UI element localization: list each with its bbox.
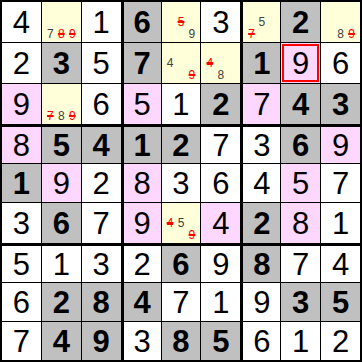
given-digit: 3: [292, 287, 309, 318]
cell-r7c4[interactable]: 2: [122, 244, 161, 282]
candidate-8-eliminated: 8: [56, 28, 67, 40]
cell-r2c3[interactable]: 5: [82, 43, 121, 83]
cell-r4c5[interactable]: 2: [162, 125, 201, 163]
cell-r5c3[interactable]: 2: [82, 164, 121, 202]
cell-r4c3[interactable]: 4: [82, 125, 121, 163]
given-digit: 6: [53, 208, 70, 239]
cell-r3c6[interactable]: 2: [201, 84, 240, 124]
cell-r5c5[interactable]: 3: [162, 164, 201, 202]
solved-digit: 3: [172, 168, 189, 199]
given-digit: 5: [212, 326, 229, 357]
given-digit: 6: [292, 130, 309, 161]
cell-r4c9[interactable]: 9: [321, 125, 360, 163]
cell-r9c8[interactable]: 1: [281, 322, 320, 360]
cell-r7c3[interactable]: 3: [82, 244, 121, 282]
cell-r3c4[interactable]: 5: [122, 84, 161, 124]
cell-r1c8[interactable]: 2: [281, 2, 320, 42]
cell-r6c8[interactable]: 8: [281, 203, 320, 243]
cell-r7c8[interactable]: 7: [281, 244, 320, 282]
candidate-8: 8: [335, 28, 346, 40]
given-digit: 8: [172, 326, 189, 357]
given-digit: 5: [53, 130, 70, 161]
solved-digit: 6: [212, 168, 229, 199]
solved-digit: 2: [133, 249, 150, 280]
solved-digit: 7: [212, 130, 229, 161]
cell-r5c7[interactable]: 4: [241, 164, 280, 202]
cell-r6c6[interactable]: 4: [201, 203, 240, 243]
given-digit: 4: [133, 287, 150, 318]
given-digit: 8: [93, 287, 110, 318]
solved-digit: 1: [292, 326, 309, 357]
cell-r4c4[interactable]: 1: [122, 125, 161, 163]
candidate-8: 8: [215, 69, 226, 81]
cell-r9c1[interactable]: 7: [2, 322, 41, 360]
solved-digit: 5: [93, 48, 110, 79]
solved-digit: 9: [133, 208, 150, 239]
cell-r7c1[interactable]: 5: [2, 244, 41, 282]
solved-digit: 9: [53, 168, 70, 199]
cell-r4c2[interactable]: 5: [42, 125, 81, 163]
solved-digit: 2: [93, 168, 110, 199]
given-digit: 6: [172, 249, 189, 280]
candidate-9-eliminated: 9: [346, 28, 357, 40]
solved-digit: 1: [93, 7, 110, 38]
solved-digit: 5: [133, 89, 150, 120]
cell-r6c5[interactable]: 459: [162, 203, 201, 243]
solved-digit: 3: [13, 208, 30, 239]
solved-digit: 5: [292, 168, 309, 199]
cell-r7c5[interactable]: 6: [162, 244, 201, 282]
given-digit: 3: [332, 89, 349, 120]
given-digit: 9: [93, 326, 110, 357]
cell-r1c2[interactable]: 789: [42, 2, 81, 42]
cell-r7c6[interactable]: 9: [201, 244, 240, 282]
cell-r8c5[interactable]: 7: [162, 283, 201, 321]
cell-r3c7[interactable]: 7: [241, 84, 280, 124]
given-digit: 2: [212, 89, 229, 120]
solved-digit: 5: [13, 249, 30, 280]
cell-r2c5[interactable]: 49: [162, 43, 201, 83]
cell-r6c3[interactable]: 7: [82, 203, 121, 243]
candidate-9-eliminated: 9: [67, 28, 78, 40]
cell-r1c1[interactable]: 4: [2, 2, 41, 42]
given-digit: 1: [133, 130, 150, 161]
cell-r4c7[interactable]: 3: [241, 125, 280, 163]
cell-r6c4[interactable]: 9: [122, 203, 161, 243]
given-digit: 1: [253, 48, 270, 79]
cell-r2c9[interactable]: 6: [321, 43, 360, 83]
cell-r8c3[interactable]: 8: [82, 283, 121, 321]
solved-digit: 1: [172, 89, 189, 120]
solved-digit: 4: [253, 168, 270, 199]
cell-r3c3[interactable]: 6: [82, 84, 121, 124]
cell-r3c2[interactable]: 789: [42, 84, 81, 124]
solved-digit: 7: [172, 287, 189, 318]
given-digit: 6: [133, 7, 150, 38]
cell-r3c8[interactable]: 4: [281, 84, 320, 124]
cell-r8c8[interactable]: 3: [281, 283, 320, 321]
solved-digit: 9: [253, 287, 270, 318]
given-digit: 4: [53, 326, 70, 357]
cell-r2c4[interactable]: 7: [122, 43, 161, 83]
cell-r9c4[interactable]: 3: [122, 322, 161, 360]
candidate-9-eliminated: 9: [186, 69, 197, 81]
cell-r5c1[interactable]: 1: [2, 164, 41, 202]
solved-digit: 2: [13, 48, 30, 79]
solved-digit: 9: [212, 249, 229, 280]
candidate-9: 9: [186, 28, 197, 40]
solved-digit: 3: [212, 7, 229, 38]
cell-r9c6[interactable]: 5: [201, 322, 240, 360]
candidate-5-eliminated: 5: [176, 16, 187, 28]
cell-r8c6[interactable]: 1: [201, 283, 240, 321]
cell-r2c7[interactable]: 1: [241, 43, 280, 83]
solved-digit: 3: [93, 249, 110, 280]
cell-r6c9[interactable]: 1: [321, 203, 360, 243]
given-digit: 4: [292, 89, 309, 120]
solved-digit: 8: [13, 130, 30, 161]
given-digit: 2: [292, 7, 309, 38]
cell-r2c6[interactable]: 48: [201, 43, 240, 83]
given-digit: 5: [332, 287, 349, 318]
candidate-9-eliminated: 9: [67, 110, 78, 122]
cell-r7c9[interactable]: 4: [321, 244, 360, 282]
cell-r5c6[interactable]: 6: [201, 164, 240, 202]
solved-digit: 8: [133, 168, 150, 199]
solved-digit: 1: [212, 287, 229, 318]
solved-digit: 7: [93, 208, 110, 239]
cell-r4c1[interactable]: 8: [2, 125, 41, 163]
given-digit: 3: [53, 48, 70, 79]
cell-r8c2[interactable]: 2: [42, 283, 81, 321]
cell-r1c9[interactable]: 89: [321, 2, 360, 42]
given-digit: 2: [53, 287, 70, 318]
candidate-4-eliminated: 4: [165, 217, 176, 229]
cell-r5c4[interactable]: 8: [122, 164, 161, 202]
candidate-8: 8: [56, 110, 67, 122]
solved-digit: 9: [13, 89, 30, 120]
given-digit: 4: [93, 130, 110, 161]
candidate-9-eliminated: 9: [186, 229, 197, 241]
candidate-5: 5: [257, 16, 267, 28]
cell-r5c8[interactable]: 5: [281, 164, 320, 202]
solved-digit: 3: [253, 130, 270, 161]
cell-r4c8[interactable]: 6: [281, 125, 320, 163]
given-digit: 8: [253, 249, 270, 280]
solved-digit: 9: [332, 130, 349, 161]
solved-digit: 1: [53, 249, 70, 280]
cell-r6c2[interactable]: 6: [42, 203, 81, 243]
cell-r2c2[interactable]: 3: [42, 43, 81, 83]
cell-r6c7[interactable]: 2: [241, 203, 280, 243]
candidate-7-eliminated: 7: [246, 28, 256, 40]
cell-r7c2[interactable]: 1: [42, 244, 81, 282]
solved-digit: 9: [292, 48, 309, 79]
cell-r5c2[interactable]: 9: [42, 164, 81, 202]
cell-r6c1[interactable]: 3: [2, 203, 41, 243]
candidate-4: 4: [165, 57, 176, 69]
cell-r8c1[interactable]: 6: [2, 283, 41, 321]
cell-r9c7[interactable]: 6: [241, 322, 280, 360]
cell-r9c3[interactable]: 9: [82, 322, 121, 360]
solved-digit: 4: [212, 208, 229, 239]
cell-r5c9[interactable]: 7: [321, 164, 360, 202]
solved-digit: 6: [93, 89, 110, 120]
candidate-7: 7: [45, 28, 56, 40]
cell-r1c7[interactable]: 57: [241, 2, 280, 42]
candidate-4-eliminated: 4: [204, 57, 215, 69]
given-digit: 1: [13, 168, 30, 199]
solved-digit: 4: [13, 7, 30, 38]
cell-r9c9[interactable]: 2: [321, 322, 360, 360]
solved-digit: 7: [13, 326, 30, 357]
cell-r8c9[interactable]: 5: [321, 283, 360, 321]
sudoku-board: 4789165935728923574948196978965127438541…: [0, 0, 362, 362]
given-digit: 2: [172, 130, 189, 161]
solved-digit: 6: [332, 48, 349, 79]
cell-r3c9[interactable]: 3: [321, 84, 360, 124]
cell-r9c2[interactable]: 4: [42, 322, 81, 360]
cell-r2c8[interactable]: 9: [281, 43, 320, 83]
given-digit: 2: [253, 208, 270, 239]
solved-digit: 6: [13, 287, 30, 318]
cell-r9c5[interactable]: 8: [162, 322, 201, 360]
cell-r1c3[interactable]: 1: [82, 2, 121, 42]
solved-digit: 7: [292, 249, 309, 280]
cell-r8c4[interactable]: 4: [122, 283, 161, 321]
cell-r2c1[interactable]: 2: [2, 43, 41, 83]
cell-r1c5[interactable]: 59: [162, 2, 201, 42]
given-digit: 7: [133, 48, 150, 79]
solved-digit: 3: [133, 326, 150, 357]
candidate-7-eliminated: 7: [45, 110, 56, 122]
solved-digit: 7: [332, 168, 349, 199]
solved-digit: 1: [332, 208, 349, 239]
cell-r1c4[interactable]: 6: [122, 2, 161, 42]
solved-digit: 8: [292, 208, 309, 239]
candidate-5: 5: [176, 217, 187, 229]
solved-digit: 7: [253, 89, 270, 120]
cell-r3c5[interactable]: 1: [162, 84, 201, 124]
solved-digit: 4: [332, 249, 349, 280]
cell-r7c7[interactable]: 8: [241, 244, 280, 282]
cell-r3c1[interactable]: 9: [2, 84, 41, 124]
cell-r1c6[interactable]: 3: [201, 2, 240, 42]
cell-r8c7[interactable]: 9: [241, 283, 280, 321]
cell-r4c6[interactable]: 7: [201, 125, 240, 163]
solved-digit: 6: [253, 326, 270, 357]
solved-digit: 2: [332, 326, 349, 357]
